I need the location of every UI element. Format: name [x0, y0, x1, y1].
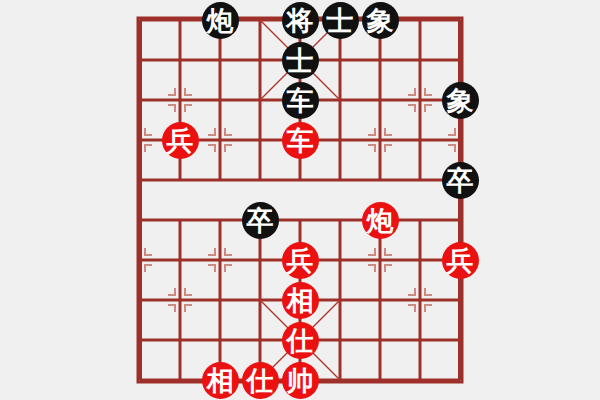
- piece-black-soldier[interactable]: 卒: [242, 202, 279, 239]
- piece-black-general[interactable]: 将: [282, 2, 319, 39]
- piece-black-soldier[interactable]: 卒: [442, 162, 479, 199]
- piece-red-elephant[interactable]: 相: [202, 362, 239, 399]
- piece-black-chariot[interactable]: 车: [282, 82, 319, 119]
- piece-black-cannon[interactable]: 炮: [202, 2, 239, 39]
- piece-black-elephant[interactable]: 象: [442, 82, 479, 119]
- piece-black-elephant[interactable]: 象: [362, 2, 399, 39]
- piece-red-chariot[interactable]: 车: [282, 122, 319, 159]
- piece-red-cannon[interactable]: 炮: [362, 202, 399, 239]
- piece-black-advisor[interactable]: 士: [282, 42, 319, 79]
- piece-red-advisor[interactable]: 仕: [242, 362, 279, 399]
- piece-red-advisor[interactable]: 仕: [282, 322, 319, 359]
- piece-red-soldier[interactable]: 兵: [442, 242, 479, 279]
- piece-red-elephant[interactable]: 相: [282, 282, 319, 319]
- piece-red-king[interactable]: 帅: [282, 362, 319, 399]
- board-grid[interactable]: 炮将士象士车象卒卒兵车炮兵兵相仕相仕帅: [120, 0, 480, 400]
- app-background: 炮将士象士车象卒卒兵车炮兵兵相仕相仕帅: [0, 0, 600, 400]
- piece-red-soldier[interactable]: 兵: [162, 122, 199, 159]
- piece-red-soldier[interactable]: 兵: [282, 242, 319, 279]
- piece-black-advisor[interactable]: 士: [322, 2, 359, 39]
